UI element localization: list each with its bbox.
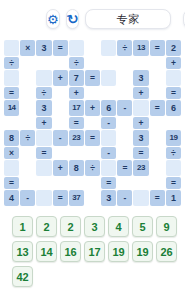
- difficulty-badge[interactable]: 专家: [85, 9, 171, 29]
- empty-cell-r0-c0[interactable]: [4, 40, 19, 56]
- given-number-cell-r10-c4: 37: [69, 190, 84, 206]
- number-tile-13[interactable]: 13: [12, 241, 33, 262]
- operator-cell-r7-c10: ÷: [166, 147, 181, 159]
- operator-cell-r5-c6: -: [101, 117, 116, 129]
- number-tile-2[interactable]: 2: [36, 216, 57, 237]
- number-tile-16[interactable]: 16: [60, 241, 81, 262]
- operator-cell-r8-c7: =: [117, 160, 132, 176]
- operator-cell-r6-c3: -: [53, 130, 68, 146]
- operator-cell-r5-c4: =: [69, 117, 84, 129]
- settings-button[interactable]: ⚙: [46, 9, 60, 29]
- empty-cell-r8-c0[interactable]: [4, 160, 19, 176]
- number-tile-4[interactable]: 4: [108, 216, 129, 237]
- number-tile-9[interactable]: 9: [156, 216, 177, 237]
- given-number-cell-r4-c10: 6: [166, 100, 181, 116]
- tray-row-3: 42: [12, 266, 185, 287]
- operator-cell-r10-c1: -: [20, 190, 35, 206]
- operator-cell-r9-c0: =: [4, 177, 19, 189]
- empty-cell-r2-c2[interactable]: [36, 70, 51, 86]
- operator-cell-r10-c7: -: [117, 190, 132, 206]
- empty-cell-r2-c0[interactable]: [4, 70, 19, 86]
- empty-cell-r6-c2[interactable]: [36, 130, 51, 146]
- operator-cell-r3-c8: +: [133, 87, 148, 99]
- given-number-cell-r10-c0: 4: [4, 190, 19, 206]
- given-number-cell-r0-c8: 13: [133, 40, 148, 56]
- empty-cell-r0-c6[interactable]: [101, 40, 116, 56]
- operator-cell-r4-c9: =: [150, 100, 165, 116]
- empty-cell-r8-c2[interactable]: [36, 160, 51, 176]
- operator-cell-r7-c2: =: [36, 147, 51, 159]
- operator-cell-r3-c2: ÷: [36, 87, 51, 99]
- operator-cell-r7-c6: -: [101, 147, 116, 159]
- operator-cell-r6-c5: =: [85, 130, 100, 146]
- number-tile-14[interactable]: 14: [36, 241, 57, 262]
- number-tile-42[interactable]: 42: [12, 266, 33, 287]
- empty-cell-r10-c8[interactable]: [133, 190, 148, 206]
- given-number-cell-r4-c2: 3: [36, 100, 51, 116]
- empty-cell-r4-c8[interactable]: [133, 100, 148, 116]
- number-tile-19[interactable]: 19: [108, 241, 129, 262]
- operator-cell-r3-c4: +: [69, 87, 84, 99]
- number-tile-1[interactable]: 1: [12, 216, 33, 237]
- operator-cell-r4-c7: -: [117, 100, 132, 116]
- given-number-cell-r8-c4: 8: [69, 160, 84, 176]
- operator-cell-r2-c5: =: [85, 70, 100, 86]
- hint-button[interactable]: [183, 9, 185, 29]
- operator-cell-r6-c1: ÷: [20, 130, 35, 146]
- operator-cell-r9-c10: =: [166, 177, 181, 189]
- empty-cell-r2-c6[interactable]: [101, 70, 116, 86]
- empty-cell-r2-c10[interactable]: [166, 70, 181, 86]
- operator-cell-r4-c5: +: [85, 100, 100, 116]
- operator-cell-r1-c10: +: [166, 57, 181, 69]
- empty-cell-r8-c6[interactable]: [101, 160, 116, 176]
- given-number-cell-r2-c4: 7: [69, 70, 84, 86]
- puzzle-grid: ×3=÷13=2÷÷++7=3=÷++=14317+6-=6+=-+8÷-23=…: [0, 40, 185, 206]
- empty-cell-r0-c4[interactable]: [69, 40, 84, 56]
- given-number-cell-r6-c4: 23: [69, 130, 84, 146]
- operator-cell-r0-c1: ×: [20, 40, 35, 56]
- number-tile-17[interactable]: 17: [84, 241, 105, 262]
- operator-cell-r0-c9: =: [150, 40, 165, 56]
- operator-cell-r5-c8: +: [133, 117, 148, 129]
- operator-cell-r5-c2: +: [36, 117, 51, 129]
- empty-cell-r10-c2[interactable]: [36, 190, 51, 206]
- given-number-cell-r8-c8: 23: [133, 160, 148, 176]
- operator-cell-r3-c0: =: [4, 87, 19, 99]
- restart-button[interactable]: ↻: [66, 9, 80, 29]
- given-number-cell-r6-c8: 3: [133, 130, 148, 146]
- number-tile-2[interactable]: 2: [60, 216, 81, 237]
- operator-cell-r3-c10: =: [166, 87, 181, 99]
- empty-cell-r8-c10[interactable]: [166, 160, 181, 176]
- operator-cell-r2-c3: +: [53, 70, 68, 86]
- lightbulb-icon: [184, 12, 185, 26]
- gear-icon: ⚙: [47, 13, 59, 26]
- given-number-cell-r10-c10: 1: [166, 190, 181, 206]
- operator-cell-r1-c4: ÷: [69, 57, 84, 69]
- number-tile-tray: 12234591314161719192642: [0, 216, 185, 287]
- tray-row-2: 13141617191926: [12, 241, 185, 262]
- operator-cell-r8-c3: +: [53, 160, 68, 176]
- operator-cell-r10-c9: =: [150, 190, 165, 206]
- operator-cell-r10-c3: =: [53, 190, 68, 206]
- toolbar: ⚙ ↻ 专家: [0, 0, 185, 31]
- operator-cell-r8-c5: ÷: [85, 160, 100, 176]
- given-number-cell-r2-c8: 3: [133, 70, 148, 86]
- given-number-cell-r4-c6: 6: [101, 100, 116, 116]
- given-number-cell-r10-c6: 3: [101, 190, 116, 206]
- number-tile-5[interactable]: 5: [132, 216, 153, 237]
- difficulty-label: 专家: [116, 12, 140, 27]
- operator-cell-r0-c7: ÷: [117, 40, 132, 56]
- operator-cell-r9-c6: =: [101, 177, 116, 189]
- operator-cell-r0-c3: =: [53, 40, 68, 56]
- given-number-cell-r6-c10: 19: [166, 130, 181, 146]
- given-number-cell-r4-c0: 14: [4, 100, 19, 116]
- given-number-cell-r6-c0: 8: [4, 130, 19, 146]
- given-number-cell-r0-c10: 2: [166, 40, 181, 56]
- operator-cell-r7-c8: =: [133, 147, 148, 159]
- empty-cell-r6-c6[interactable]: [101, 130, 116, 146]
- refresh-icon: ↻: [65, 11, 80, 28]
- operator-cell-r7-c0: ×: [4, 147, 19, 159]
- given-number-cell-r0-c2: 3: [36, 40, 51, 56]
- number-tile-19[interactable]: 19: [132, 241, 153, 262]
- number-tile-3[interactable]: 3: [84, 216, 105, 237]
- tray-row-1: 1223459: [12, 216, 185, 237]
- given-number-cell-r4-c4: 17: [69, 100, 84, 116]
- operator-cell-r1-c0: ÷: [4, 57, 19, 69]
- number-tile-26[interactable]: 26: [156, 241, 177, 262]
